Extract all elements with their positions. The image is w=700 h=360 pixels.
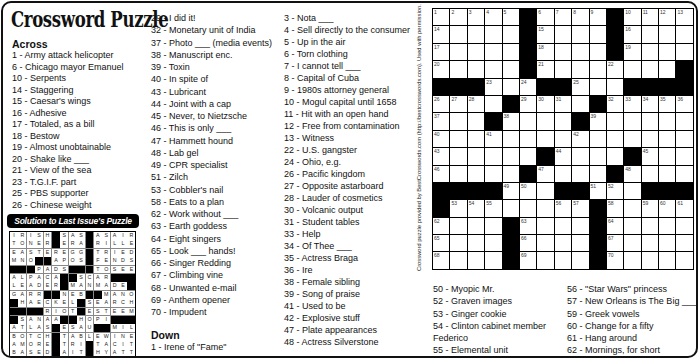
grid-cell[interactable] [503,200,519,216]
grid-cell[interactable] [642,113,658,129]
black-cell [520,61,536,77]
grid-cell[interactable] [607,148,623,164]
solution-letter-cell: H [94,349,102,357]
cell-number: 53 [451,200,457,206]
grid-cell[interactable] [485,252,501,268]
solution-letter-cell: A [60,349,68,357]
grid-cell[interactable] [676,235,692,251]
solution-letter-cell: A [44,266,52,274]
solution-letter-cell: H [127,299,135,307]
grid-cell[interactable] [572,218,588,234]
solution-black-cell [60,316,68,324]
cell-number: 30 [538,96,544,102]
grid-cell[interactable] [450,131,466,147]
grid-cell[interactable] [503,26,519,42]
grid-cell[interactable] [555,26,571,42]
solution-letter-cell: N [86,282,94,290]
solution-letter-cell: C [44,274,52,282]
solution-letter-cell: T [10,240,18,248]
clue-6: 6 - Chicago mayor Emanuel [12,62,152,74]
grid-cell[interactable] [485,26,501,42]
grid-cell[interactable] [503,148,519,164]
clue-35: 35 - Actress Braga [284,252,422,264]
black-cell [590,218,606,234]
across-clue-list-1: 1 - Army attack helicopter6 - Chicago ma… [12,50,152,211]
grid-cell[interactable]: 13 [676,9,692,25]
grid-cell[interactable] [485,44,501,60]
solution-letter-cell: R [69,240,77,248]
grid-cell[interactable]: 33 [624,96,640,112]
grid-cell[interactable]: 47 [537,166,553,182]
black-cell [503,252,519,268]
grid-cell[interactable] [659,131,675,147]
solution-letter-cell: S [111,266,119,274]
solution-letter-cell: A [77,324,85,332]
grid-cell[interactable]: 19 [624,44,640,60]
clue-21: 21 - View of the sea [12,165,152,177]
grid-cell[interactable] [450,61,466,77]
grid-cell[interactable] [624,218,640,234]
grid-cell[interactable]: 4 [485,9,501,25]
grid-cell[interactable] [555,252,571,268]
grid-cell[interactable]: 48 [624,166,640,182]
cell-number: 48 [625,166,631,172]
solution-letter-cell: P [60,257,68,265]
solution-black-cell [86,349,94,357]
grid-cell[interactable] [537,131,553,147]
grid-cell[interactable] [624,131,640,147]
clue-46: 46 - This is only ___ [151,122,283,134]
grid-cell[interactable] [555,113,571,129]
clue-10: 10 - Serpents [12,73,152,85]
grid-cell[interactable] [590,79,606,95]
grid-cell[interactable]: 12 [659,9,675,25]
grid-cell[interactable]: 52 [607,183,623,199]
solution-letter-cell: A [102,341,110,349]
clue-51: 51 - Zilch [151,171,283,183]
solution-black-cell [127,274,135,282]
cell-number: 43 [434,148,440,154]
grid-cell[interactable]: 63 [520,218,536,234]
grid-cell[interactable]: 69 [520,252,536,268]
grid-cell[interactable]: 59 [642,200,658,216]
grid-cell[interactable] [485,218,501,234]
grid-cell[interactable]: 23 [485,79,501,95]
solution-letter-cell: L [69,299,77,307]
grid-cell[interactable]: 3 [468,9,484,25]
grid-cell[interactable] [659,26,675,42]
solution-letter-cell: T [60,333,68,341]
clue-62: 62 - Mornings, for short [567,344,698,356]
grid-cell[interactable]: 54 [468,200,484,216]
solution-letter-cell: A [18,349,26,357]
grid-cell[interactable] [572,26,588,42]
grid-cell[interactable]: 67 [607,235,623,251]
solution-letter-cell: N [27,240,35,248]
grid-cell[interactable]: 64 [607,218,623,234]
grid-cell[interactable] [676,131,692,147]
clue-64: 64 - Eight singers [151,233,283,245]
black-cell [433,200,449,216]
grid-cell[interactable] [607,131,623,147]
grid-cell[interactable] [555,131,571,147]
solution-letter-cell: E [102,257,110,265]
solution-letter-cell: T [94,266,102,274]
grid-cell[interactable]: 62 [433,218,449,234]
grid-cell[interactable] [537,200,553,216]
grid-cell[interactable] [450,148,466,164]
grid-cell[interactable] [450,113,466,129]
black-cell [520,44,536,60]
solution-letter-cell: O [60,308,68,316]
grid-cell[interactable]: 50 [520,183,536,199]
grid-cell[interactable] [572,96,588,112]
grid-cell[interactable] [468,131,484,147]
clue-1: 1 - Irene of "Fame" [151,341,283,353]
grid-cell[interactable] [468,252,484,268]
cell-number: 44 [556,148,562,154]
clues-column-2: 29 - I did it!32 - Monetary unit of Indi… [151,12,283,358]
grid-cell[interactable] [450,26,466,42]
grid-cell[interactable] [676,148,692,164]
grid-cell[interactable] [590,61,606,77]
grid-cell[interactable] [624,183,640,199]
grid-cell[interactable] [659,148,675,164]
down-clue-list-2: 3 - Nota ___4 - Sell directly to the con… [284,12,422,348]
grid-cell[interactable]: 25 [572,79,588,95]
solution-letter-cell: R [52,249,60,257]
grid-cell[interactable] [590,26,606,42]
grid-cell[interactable] [642,166,658,182]
grid-cell[interactable] [555,61,571,77]
grid-cell[interactable]: 7 [555,9,571,25]
grid-cell[interactable] [642,218,658,234]
down-clue-list-1: 1 - Irene of "Fame"2 - Spoken [151,341,283,358]
solution-letter-cell: E [60,240,68,248]
grid-cell[interactable] [572,166,588,182]
grid-cell[interactable] [642,235,658,251]
grid-cell[interactable] [485,96,501,112]
grid-cell[interactable] [468,235,484,251]
grid-cell[interactable] [555,218,571,234]
grid-cell[interactable]: 35 [659,96,675,112]
grid-cell[interactable]: 18 [537,44,553,60]
grid-cell[interactable] [676,113,692,129]
grid-cell[interactable] [450,235,466,251]
cell-number: 69 [521,252,527,258]
grid-cell[interactable]: 46 [433,166,449,182]
grid-cell[interactable]: 22 [607,61,623,77]
solution-letter-cell: I [111,249,119,257]
cell-number: 6 [538,9,541,15]
solution-letter-cell: T [60,341,68,349]
clue-27: 27 - Opposite astarboard [284,180,422,192]
solution-letter-cell: E [44,249,52,257]
solution-letter-cell: N [119,291,127,299]
grid-cell[interactable] [642,26,658,42]
solution-letter-cell: K [52,299,60,307]
grid-cell[interactable]: 15 [537,26,553,42]
grid-cell[interactable] [468,26,484,42]
cell-number: 62 [434,218,440,224]
grid-cell[interactable] [468,166,484,182]
solution-black-cell [27,266,35,274]
grid-cell[interactable] [468,113,484,129]
grid-cell[interactable] [503,131,519,147]
grid-cell[interactable]: 17 [433,44,449,60]
grid-cell[interactable] [624,113,640,129]
solution-letter-cell: O [27,257,35,265]
grid-cell[interactable] [590,44,606,60]
solution-letter-cell: O [27,341,35,349]
cell-number: 61 [677,200,683,206]
grid-cell[interactable] [624,61,640,77]
clue-39: 39 - Toxin [151,61,283,73]
grid-cell[interactable]: 66 [520,235,536,251]
grid-cell[interactable]: 9 [590,9,606,25]
clue-26: 26 - Pacific kingdom [284,168,422,180]
grid-cell[interactable]: 65 [433,235,449,251]
solution-letter-cell: U [86,324,94,332]
solution-letter-cell: E [10,249,18,257]
grid-cell[interactable]: 10 [624,9,640,25]
grid-cell[interactable]: 32 [607,96,623,112]
black-cell [485,183,501,199]
cell-number: 15 [538,26,544,32]
clue-5: 5 - Up in the air [284,36,422,48]
grid-cell[interactable] [520,131,536,147]
grid-cell[interactable] [520,113,536,129]
grid-cell[interactable] [468,148,484,164]
cell-number: 70 [608,252,614,258]
grid-cell[interactable]: 55 [485,200,501,216]
solution-letter-cell: E [18,282,26,290]
grid-cell[interactable]: 34 [642,96,658,112]
solution-letter-cell: A [77,240,85,248]
grid-cell[interactable]: 11 [642,9,658,25]
grid-cell[interactable] [572,235,588,251]
grid-cell[interactable]: 16 [624,26,640,42]
black-cell [572,113,588,129]
grid-cell[interactable] [537,252,553,268]
grid-cell[interactable]: 27 [450,96,466,112]
grid-cell[interactable]: 45 [642,148,658,164]
clue-55: 55 - Elemental unit [433,344,569,356]
grid-cell[interactable]: 70 [607,252,623,268]
grid-cell[interactable] [659,61,675,77]
solution-letter-cell: E [119,308,127,316]
grid-cell[interactable] [676,166,692,182]
grid-cell[interactable]: 24 [520,79,536,95]
grid-cell[interactable] [590,131,606,147]
grid-cell[interactable]: 1 [433,9,449,25]
clue-32: 32 - Monetary unit of India [151,24,283,36]
grid-cell[interactable] [503,61,519,77]
grid-cell[interactable]: 31 [555,96,571,112]
grid-cell[interactable] [503,166,519,182]
grid-cell[interactable] [572,44,588,60]
grid-cell[interactable] [555,235,571,251]
grid-cell[interactable] [450,166,466,182]
grid-cell[interactable]: 51 [590,183,606,199]
clue-28: 28 - Lauder of cosmetics [284,192,422,204]
grid-cell[interactable] [676,218,692,234]
clue-43: 43 - Lubricant [151,86,283,98]
grid-cell[interactable] [642,44,658,60]
grid-cell[interactable] [572,61,588,77]
solution-letter-cell: M [10,257,18,265]
grid-cell[interactable]: 30 [537,96,553,112]
solution-letter-cell: N [111,257,119,265]
grid-cell[interactable]: 5 [503,9,519,25]
grid-cell[interactable] [503,79,519,95]
solution-letter-cell: D [52,266,60,274]
grid-cell[interactable] [520,148,536,164]
cell-number: 46 [434,166,440,172]
clue-9: 9 - 1980s attorney general [284,84,422,96]
black-cell [450,79,466,95]
grid-cell[interactable]: 2 [450,9,466,25]
grid-cell[interactable] [659,218,675,234]
grid-cell[interactable] [624,252,640,268]
solution-letter-cell: N [18,257,26,265]
grid-cell[interactable] [659,235,675,251]
grid-cell[interactable]: 42 [572,131,588,147]
solution-black-cell [94,291,102,299]
grid-cell[interactable] [607,79,623,95]
grid-cell[interactable]: 61 [676,200,692,216]
grid-cell[interactable] [659,252,675,268]
grid-cell[interactable]: 49 [503,183,519,199]
grid-cell[interactable] [642,131,658,147]
clue-12: 12 - Free from contamination [284,120,422,132]
grid-cell[interactable] [450,252,466,268]
grid-cell[interactable] [555,44,571,60]
grid-cell[interactable]: 21 [537,61,553,77]
grid-cell[interactable] [485,235,501,251]
grid-cell[interactable] [676,26,692,42]
solution-letter-cell: S [127,257,135,265]
solution-black-cell [52,333,60,341]
cell-number: 60 [660,200,666,206]
solution-black-cell [77,266,85,274]
grid-cell[interactable] [607,113,623,129]
solution-letter-cell: R [94,240,102,248]
grid-cell[interactable]: 58 [607,200,623,216]
grid-cell[interactable] [642,61,658,77]
grid-cell[interactable]: 41 [485,131,501,147]
grid-cell[interactable]: 6 [537,9,553,25]
grid-cell[interactable] [485,61,501,77]
grid-cell[interactable] [624,235,640,251]
grid-cell[interactable] [624,200,640,216]
grid-cell[interactable]: 28 [468,96,484,112]
solution-letter-cell: H [18,299,26,307]
grid-cell[interactable] [537,183,553,199]
solution-letter-cell: C [35,333,43,341]
clue-7: 7 - I cannot tell ___ [284,60,422,72]
grid-cell[interactable]: 40 [433,131,449,147]
black-cell [433,79,449,95]
solution-black-cell [27,308,35,316]
grid-cell[interactable] [676,44,692,60]
grid-cell[interactable]: 68 [433,252,449,268]
grid-cell[interactable]: 38 [503,113,519,129]
grid-cell[interactable] [520,200,536,216]
grid-cell[interactable]: 39 [590,113,606,129]
grid-cell[interactable] [659,166,675,182]
grid-cell[interactable] [468,44,484,60]
clue-33: 33 - Help [284,228,422,240]
grid-cell[interactable]: 53 [450,200,466,216]
solution-letter-cell: S [60,266,68,274]
grid-cell[interactable] [555,166,571,182]
clue-44: 44 - Joint with a cap [151,98,283,110]
grid-cell[interactable] [590,166,606,182]
grid-cell[interactable] [468,218,484,234]
grid-cell[interactable] [572,252,588,268]
cell-number: 42 [573,131,579,137]
grid-cell[interactable]: 44 [555,148,571,164]
clue-49: 49 - CPR specialist [151,159,283,171]
grid-cell[interactable]: 56 [555,200,571,216]
grid-cell[interactable] [659,44,675,60]
grid-cell[interactable] [659,113,675,129]
grid-cell[interactable]: 20 [433,61,449,77]
grid-cell[interactable] [590,148,606,164]
grid-cell[interactable] [537,235,553,251]
cell-number: 5 [504,9,507,15]
solution-letter-cell: A [52,316,60,324]
cell-number: 24 [521,79,527,85]
grid-cell[interactable]: 29 [520,96,536,112]
solution-letter-cell: R [44,308,52,316]
solution-black-cell [86,266,94,274]
grid-cell[interactable]: 43 [433,148,449,164]
solution-letter-cell: E [119,249,127,257]
grid-cell[interactable]: 37 [433,113,449,129]
grid-cell[interactable]: 60 [659,200,675,216]
grid-cell[interactable] [642,252,658,268]
cell-number: 41 [486,131,492,137]
black-cell [450,183,466,199]
grid-cell[interactable] [537,218,553,234]
spacer [151,318,283,329]
grid-cell[interactable] [450,218,466,234]
solution-letter-cell: F [94,257,102,265]
cell-number: 29 [521,96,527,102]
grid-cell[interactable] [676,252,692,268]
cell-number: 38 [504,113,510,119]
solution-black-cell [18,308,26,316]
solution-letter-cell: D [44,349,52,357]
grid-cell[interactable] [503,44,519,60]
solution-black-cell [119,274,127,282]
grid-cell[interactable] [537,113,553,129]
grid-cell[interactable]: 26 [433,96,449,112]
grid-cell[interactable] [485,148,501,164]
grid-cell[interactable] [572,148,588,164]
black-cell [659,79,675,95]
grid-cell[interactable] [468,61,484,77]
grid-cell[interactable]: 57 [572,200,588,216]
grid-cell[interactable]: 8 [572,9,588,25]
grid-cell[interactable] [450,44,466,60]
grid-cell[interactable] [485,166,501,182]
grid-cell[interactable]: 14 [433,26,449,42]
solution-letter-cell: G [10,291,18,299]
grid-cell[interactable]: 36 [676,96,692,112]
